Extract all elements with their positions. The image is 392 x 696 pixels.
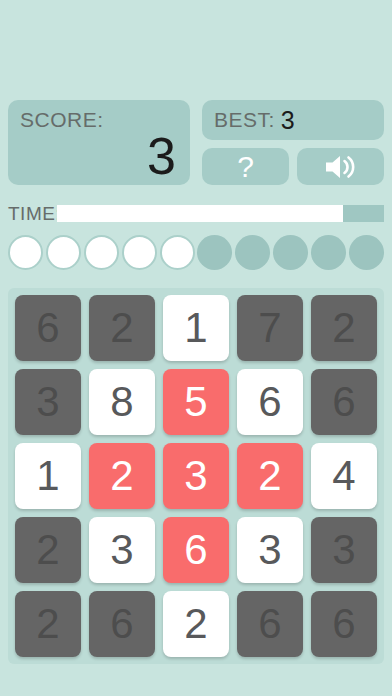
- timer-row: TIME:: [8, 205, 384, 222]
- tile-r4c5[interactable]: 3: [311, 517, 377, 583]
- tile-r1c1[interactable]: 6: [15, 295, 81, 361]
- tile-r1c5[interactable]: 2: [311, 295, 377, 361]
- best-value: 3: [281, 106, 295, 135]
- time-bar-fill: [57, 205, 343, 222]
- best-panel: BEST: 3: [202, 100, 384, 140]
- score-panel: SCORE: 3: [8, 100, 190, 185]
- tile-r3c4[interactable]: 2: [237, 443, 303, 509]
- score-label: SCORE:: [20, 108, 104, 132]
- round-dot-10-filled: [349, 235, 384, 270]
- tile-r2c3[interactable]: 5: [163, 369, 229, 435]
- tile-r5c4[interactable]: 6: [237, 591, 303, 657]
- tile-r2c2[interactable]: 8: [89, 369, 155, 435]
- round-dot-6-filled: [197, 235, 232, 270]
- tile-r1c3[interactable]: 1: [163, 295, 229, 361]
- tile-r1c4[interactable]: 7: [237, 295, 303, 361]
- tile-r3c1[interactable]: 1: [15, 443, 81, 509]
- header-row: SCORE: 3 BEST: 3 ?: [8, 100, 384, 185]
- tile-r4c3[interactable]: 6: [163, 517, 229, 583]
- tile-r2c4[interactable]: 6: [237, 369, 303, 435]
- round-dot-2-empty: [46, 235, 81, 270]
- tile-r4c4[interactable]: 3: [237, 517, 303, 583]
- header-buttons: ?: [202, 148, 384, 185]
- best-label: BEST:: [214, 108, 275, 132]
- round-dots: [8, 235, 384, 270]
- tile-r3c5[interactable]: 4: [311, 443, 377, 509]
- tile-r2c1[interactable]: 3: [15, 369, 81, 435]
- tile-r4c2[interactable]: 3: [89, 517, 155, 583]
- score-value: 3: [147, 128, 176, 185]
- tile-r1c2[interactable]: 2: [89, 295, 155, 361]
- tile-r3c2[interactable]: 2: [89, 443, 155, 509]
- tile-r5c1[interactable]: 2: [15, 591, 81, 657]
- question-mark-icon: ?: [237, 152, 254, 182]
- tile-r5c2[interactable]: 6: [89, 591, 155, 657]
- time-label: TIME:: [8, 203, 57, 225]
- help-button[interactable]: ?: [202, 148, 289, 185]
- tile-r3c3[interactable]: 3: [163, 443, 229, 509]
- speaker-on-icon: [324, 154, 358, 180]
- tile-r5c3[interactable]: 2: [163, 591, 229, 657]
- round-dot-7-filled: [235, 235, 270, 270]
- round-dot-5-empty: [160, 235, 195, 270]
- game-board: 6217238566123242363326266: [8, 288, 384, 664]
- tile-r4c1[interactable]: 2: [15, 517, 81, 583]
- round-dot-3-empty: [84, 235, 119, 270]
- round-dot-8-filled: [273, 235, 308, 270]
- app-screen: SCORE: 3 BEST: 3 ?: [0, 0, 392, 696]
- tile-r2c5[interactable]: 6: [311, 369, 377, 435]
- header-right-column: BEST: 3 ?: [202, 100, 384, 185]
- sound-button[interactable]: [297, 148, 384, 185]
- round-dot-1-empty: [8, 235, 43, 270]
- round-dot-9-filled: [311, 235, 346, 270]
- round-dot-4-empty: [122, 235, 157, 270]
- tile-r5c5[interactable]: 6: [311, 591, 377, 657]
- time-bar: [57, 205, 384, 222]
